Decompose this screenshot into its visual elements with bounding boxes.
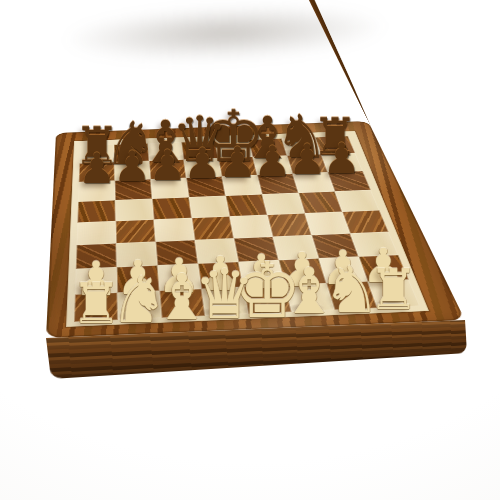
square-c5 xyxy=(152,197,192,219)
square-d1 xyxy=(201,287,248,316)
square-d5 xyxy=(189,196,230,218)
square-d2 xyxy=(198,262,243,289)
chess-set-photo: ♜♞♝♛♚♝♞♜♟♟♟♟♟♟♟♟♟♟♟♟♟♟♟♟♜♞♝♛♚♝♞♜ xyxy=(0,0,500,500)
square-b3 xyxy=(116,242,157,267)
square-c8 xyxy=(148,142,184,161)
square-c6 xyxy=(151,178,189,199)
square-b2 xyxy=(117,265,160,292)
square-a8 xyxy=(79,145,114,164)
square-h8 xyxy=(315,136,355,154)
square-e3 xyxy=(234,237,279,262)
square-c4 xyxy=(154,218,195,242)
square-f5 xyxy=(262,193,305,215)
square-a5 xyxy=(77,200,115,222)
square-e4 xyxy=(230,215,273,239)
square-c2 xyxy=(157,264,201,291)
square-a6 xyxy=(78,181,115,202)
square-h7 xyxy=(321,153,363,172)
square-d8 xyxy=(181,141,218,160)
square-b7 xyxy=(114,161,150,181)
square-a1 xyxy=(74,293,118,322)
square-e8 xyxy=(215,140,253,158)
square-h6 xyxy=(328,171,371,192)
square-d7 xyxy=(184,158,222,178)
square-d6 xyxy=(186,176,225,197)
square-a2 xyxy=(75,267,117,294)
square-e6 xyxy=(222,175,262,196)
square-f6 xyxy=(257,174,298,195)
square-c7 xyxy=(149,159,186,179)
square-f8 xyxy=(248,138,287,156)
square-a7 xyxy=(79,162,115,182)
square-b5 xyxy=(115,199,154,221)
square-b6 xyxy=(115,179,152,200)
square-e7 xyxy=(218,157,257,177)
square-b1 xyxy=(117,291,161,320)
square-b4 xyxy=(116,220,156,244)
square-e2 xyxy=(238,260,285,287)
square-f4 xyxy=(267,213,311,236)
square-d3 xyxy=(195,238,239,263)
square-f7 xyxy=(253,156,293,175)
board-shadow xyxy=(0,0,451,82)
square-c3 xyxy=(156,240,198,265)
square-d4 xyxy=(192,216,234,240)
square-c1 xyxy=(159,289,205,318)
square-b8 xyxy=(114,143,149,162)
square-a3 xyxy=(76,243,117,269)
square-e1 xyxy=(243,285,291,314)
square-a4 xyxy=(77,221,117,245)
square-e5 xyxy=(226,194,268,216)
